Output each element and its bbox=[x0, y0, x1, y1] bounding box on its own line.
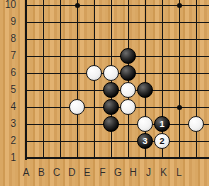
hoshi-D10 bbox=[75, 3, 80, 8]
grid-line-row-9 bbox=[25, 22, 209, 23]
grid-line-row-7 bbox=[25, 56, 209, 57]
stone-black-F5[interactable] bbox=[103, 82, 119, 98]
move-1-stone-black-J3[interactable]: 1 bbox=[154, 116, 170, 132]
hoshi-K4 bbox=[177, 105, 182, 110]
stone-white-E6[interactable] bbox=[86, 65, 102, 81]
move-2-stone-white-J2[interactable]: 2 bbox=[154, 133, 170, 149]
stone-white-G4[interactable] bbox=[120, 99, 136, 115]
grid-line-col-L bbox=[196, 0, 197, 159]
stone-white-L3[interactable] bbox=[188, 116, 204, 132]
stone-white-G5[interactable] bbox=[120, 82, 136, 98]
col-label-B: B bbox=[35, 168, 47, 178]
grid-line-row-2 bbox=[25, 141, 209, 142]
stone-white-F6[interactable] bbox=[103, 65, 119, 81]
row-label-8: 8 bbox=[0, 34, 16, 44]
go-board[interactable]: 10987654321ABCDEFGHJKL132 bbox=[0, 0, 209, 186]
grid-line-col-C bbox=[60, 0, 61, 159]
stone-black-F4[interactable] bbox=[103, 99, 119, 115]
col-label-E: E bbox=[81, 168, 93, 178]
col-label-L: L bbox=[173, 168, 185, 178]
row-label-1: 1 bbox=[0, 153, 16, 163]
row-label-9: 9 bbox=[0, 17, 16, 27]
stone-black-G6[interactable] bbox=[120, 65, 136, 81]
row-label-10: 10 bbox=[0, 0, 16, 10]
row-label-6: 6 bbox=[0, 68, 16, 78]
grid-line-col-A bbox=[25, 0, 27, 160]
grid-line-row-1 bbox=[25, 157, 209, 159]
stone-black-F3[interactable] bbox=[103, 116, 119, 132]
col-label-F: F bbox=[97, 168, 109, 178]
row-label-7: 7 bbox=[0, 51, 16, 61]
stone-black-G7[interactable] bbox=[120, 48, 136, 64]
stone-black-H5[interactable] bbox=[137, 82, 153, 98]
col-label-H: H bbox=[127, 168, 139, 178]
grid-line-row-8 bbox=[25, 39, 209, 40]
col-label-G: G bbox=[112, 168, 124, 178]
move-3-stone-black-H2[interactable]: 3 bbox=[137, 133, 153, 149]
row-label-3: 3 bbox=[0, 119, 16, 129]
row-label-4: 4 bbox=[0, 102, 16, 112]
stone-white-H3[interactable] bbox=[137, 116, 153, 132]
grid-line-col-D bbox=[77, 0, 78, 159]
col-label-A: A bbox=[20, 168, 32, 178]
col-label-C: C bbox=[51, 168, 63, 178]
col-label-D: D bbox=[66, 168, 78, 178]
go-board-diagram: 10987654321ABCDEFGHJKL132 bbox=[0, 0, 209, 186]
grid-line-col-B bbox=[43, 0, 44, 159]
row-label-2: 2 bbox=[0, 136, 16, 146]
col-label-K: K bbox=[158, 168, 170, 178]
grid-line-col-K bbox=[179, 0, 180, 159]
col-label-J: J bbox=[142, 168, 154, 178]
row-label-5: 5 bbox=[0, 85, 16, 95]
stone-white-D4[interactable] bbox=[69, 99, 85, 115]
hoshi-K10 bbox=[177, 3, 182, 8]
